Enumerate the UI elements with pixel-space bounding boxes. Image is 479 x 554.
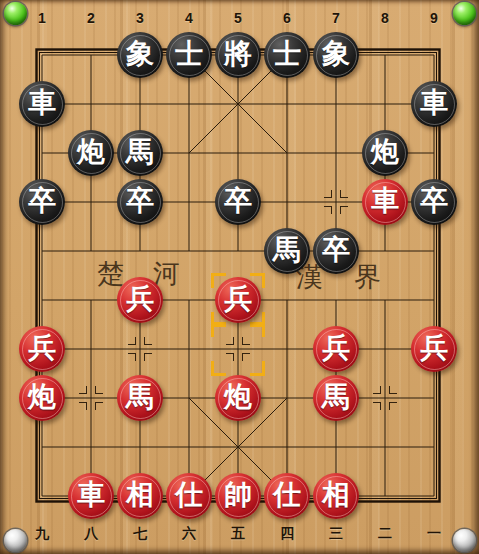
piece-character: 炮 xyxy=(77,138,105,166)
piece-character: 卒 xyxy=(126,187,154,215)
point-marker xyxy=(324,190,348,214)
file-label-bottom-6: 四 xyxy=(272,525,302,543)
piece-red-soldier[interactable]: 兵 xyxy=(313,326,359,372)
piece-character: 卒 xyxy=(28,187,56,215)
piece-character: 仕 xyxy=(273,481,301,509)
corner-tl xyxy=(324,190,332,198)
piece-black-soldier[interactable]: 卒 xyxy=(19,179,65,225)
file-label-top-6: 6 xyxy=(272,10,302,26)
piece-character: 兵 xyxy=(224,285,252,313)
piece-character: 卒 xyxy=(420,187,448,215)
indicator-light-bottom-right xyxy=(453,529,476,552)
piece-red-chariot[interactable]: 車 xyxy=(362,179,408,225)
piece-character: 相 xyxy=(126,481,154,509)
corner-br xyxy=(95,402,103,410)
file-label-top-7: 7 xyxy=(321,10,351,26)
corner-tr xyxy=(389,386,397,394)
piece-black-soldier[interactable]: 卒 xyxy=(411,179,457,225)
piece-black-elephant[interactable]: 象 xyxy=(313,32,359,78)
file-label-bottom-2: 八 xyxy=(76,525,106,543)
piece-character: 兵 xyxy=(420,334,448,362)
piece-character: 兵 xyxy=(126,285,154,313)
piece-character: 卒 xyxy=(224,187,252,215)
corner-tl xyxy=(128,337,136,345)
piece-red-elephant[interactable]: 相 xyxy=(117,473,163,519)
corner-tl xyxy=(79,386,87,394)
file-label-bottom-8: 二 xyxy=(370,525,400,543)
piece-character: 相 xyxy=(322,481,350,509)
corner-tl xyxy=(373,386,381,394)
file-label-top-2: 2 xyxy=(76,10,106,26)
file-label-bottom-3: 七 xyxy=(125,525,155,543)
piece-character: 炮 xyxy=(28,383,56,411)
corner-tr xyxy=(340,190,348,198)
point-marker xyxy=(373,386,397,410)
indicator-light-bottom-left xyxy=(4,529,27,552)
corner-br xyxy=(144,353,152,361)
file-label-bottom-1: 九 xyxy=(27,525,57,543)
piece-character: 馬 xyxy=(126,138,154,166)
piece-black-advisor[interactable]: 士 xyxy=(166,32,212,78)
file-label-top-4: 4 xyxy=(174,10,204,26)
piece-character: 車 xyxy=(28,89,56,117)
piece-red-advisor[interactable]: 仕 xyxy=(166,473,212,519)
piece-black-general[interactable]: 將 xyxy=(215,32,261,78)
piece-red-advisor[interactable]: 仕 xyxy=(264,473,310,519)
corner-br xyxy=(389,402,397,410)
file-label-top-1: 1 xyxy=(27,10,57,26)
piece-black-horse[interactable]: 馬 xyxy=(117,130,163,176)
piece-red-soldier[interactable]: 兵 xyxy=(19,326,65,372)
piece-red-horse[interactable]: 馬 xyxy=(313,375,359,421)
file-label-bottom-5: 五 xyxy=(223,525,253,543)
piece-black-soldier[interactable]: 卒 xyxy=(117,179,163,225)
corner-br xyxy=(340,206,348,214)
piece-character: 馬 xyxy=(322,383,350,411)
corner-tr xyxy=(144,337,152,345)
piece-red-soldier[interactable]: 兵 xyxy=(411,326,457,372)
piece-character: 炮 xyxy=(224,383,252,411)
corner-tr xyxy=(95,386,103,394)
piece-red-elephant[interactable]: 相 xyxy=(313,473,359,519)
piece-character: 卒 xyxy=(322,236,350,264)
corner-bl xyxy=(128,353,136,361)
piece-character: 馬 xyxy=(273,236,301,264)
piece-black-soldier[interactable]: 卒 xyxy=(313,228,359,274)
piece-black-advisor[interactable]: 士 xyxy=(264,32,310,78)
piece-character: 車 xyxy=(371,187,399,215)
last-move-highlight-from xyxy=(211,322,265,376)
xiangqi-board-window: 123456789 九八七六五四三二一 楚河 漢界 象士將士象車車炮馬炮卒卒卒卒… xyxy=(0,0,479,554)
piece-character: 仕 xyxy=(175,481,203,509)
corner-bl xyxy=(373,402,381,410)
piece-red-cannon[interactable]: 炮 xyxy=(215,375,261,421)
indicator-light-top-right xyxy=(453,2,476,25)
piece-character: 象 xyxy=(322,40,350,68)
piece-red-chariot[interactable]: 車 xyxy=(68,473,114,519)
file-label-bottom-7: 三 xyxy=(321,525,351,543)
piece-character: 象 xyxy=(126,40,154,68)
corner-bl xyxy=(211,361,226,376)
file-label-top-3: 3 xyxy=(125,10,155,26)
piece-red-soldier[interactable]: 兵 xyxy=(117,277,163,323)
file-label-bottom-4: 六 xyxy=(174,525,204,543)
piece-black-cannon[interactable]: 炮 xyxy=(362,130,408,176)
piece-character: 車 xyxy=(420,89,448,117)
piece-red-horse[interactable]: 馬 xyxy=(117,375,163,421)
piece-character: 兵 xyxy=(322,334,350,362)
piece-red-soldier[interactable]: 兵 xyxy=(215,277,261,323)
piece-character: 馬 xyxy=(126,383,154,411)
file-label-top-8: 8 xyxy=(370,10,400,26)
piece-black-soldier[interactable]: 卒 xyxy=(215,179,261,225)
piece-character: 炮 xyxy=(371,138,399,166)
piece-character: 士 xyxy=(175,40,203,68)
point-marker xyxy=(128,337,152,361)
piece-character: 兵 xyxy=(28,334,56,362)
corner-bl xyxy=(79,402,87,410)
piece-black-chariot[interactable]: 車 xyxy=(19,81,65,127)
piece-black-elephant[interactable]: 象 xyxy=(117,32,163,78)
piece-black-cannon[interactable]: 炮 xyxy=(68,130,114,176)
piece-character: 將 xyxy=(224,40,252,68)
piece-red-cannon[interactable]: 炮 xyxy=(19,375,65,421)
piece-character: 帥 xyxy=(224,481,252,509)
point-marker xyxy=(79,386,103,410)
file-label-top-5: 5 xyxy=(223,10,253,26)
piece-red-general[interactable]: 帥 xyxy=(215,473,261,519)
piece-character: 士 xyxy=(273,40,301,68)
piece-grid: 象士將士象車車炮馬炮卒卒卒卒馬卒車兵兵兵兵兵炮馬炮馬車相仕帥仕相 xyxy=(18,31,459,521)
piece-character: 車 xyxy=(77,481,105,509)
indicator-light-top-left xyxy=(4,2,27,25)
piece-black-horse[interactable]: 馬 xyxy=(264,228,310,274)
file-label-bottom-9: 一 xyxy=(419,525,449,543)
corner-bl xyxy=(324,206,332,214)
piece-black-chariot[interactable]: 車 xyxy=(411,81,457,127)
corner-br xyxy=(250,361,265,376)
file-label-top-9: 9 xyxy=(419,10,449,26)
